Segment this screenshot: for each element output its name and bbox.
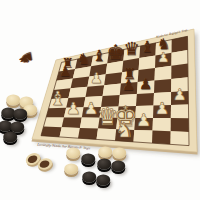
checker-black[interactable] (111, 161, 125, 172)
square-h7[interactable] (171, 50, 187, 66)
square-c1[interactable] (78, 128, 98, 139)
square-g6[interactable] (155, 66, 172, 81)
checker-black[interactable] (97, 159, 111, 170)
piece-white-pawn-c6[interactable]: ♟ (90, 71, 103, 85)
square-d6[interactable] (104, 72, 122, 85)
square-h3[interactable] (171, 105, 189, 119)
square-f1[interactable] (134, 130, 153, 143)
square-f4[interactable] (136, 93, 154, 106)
piece-black-bishop-c8[interactable]: ♝ (93, 48, 107, 64)
square-b5[interactable] (68, 87, 87, 98)
square-h6[interactable] (171, 64, 188, 79)
piece-white-pawn-h4[interactable]: ♟ (173, 88, 187, 104)
piece-black-knight-b8[interactable]: ♞ (77, 52, 90, 67)
fallen-black-knight[interactable]: ♞ (16, 49, 35, 67)
piece-black-pawn-e5[interactable]: ♟ (122, 78, 135, 93)
square-a1[interactable] (41, 127, 62, 137)
piece-white-bishop-a4[interactable]: ♝ (50, 89, 67, 108)
piece-black-pawn-a7[interactable]: ♟ (59, 65, 71, 79)
piece-black-queen-e8[interactable]: ♛ (123, 40, 139, 58)
square-h2[interactable] (171, 118, 189, 132)
square-b1[interactable] (60, 127, 80, 138)
square-d5[interactable] (103, 84, 121, 96)
checker-black[interactable] (13, 109, 27, 120)
checker-light[interactable] (112, 148, 126, 159)
checker-light[interactable] (6, 95, 20, 106)
checker-black[interactable] (3, 132, 17, 143)
checker-light[interactable] (98, 147, 112, 158)
checker-black[interactable] (82, 172, 96, 183)
square-g2[interactable] (153, 118, 171, 131)
piece-white-knight-e1[interactable]: ♞ (115, 120, 133, 140)
checker-light[interactable] (64, 164, 78, 175)
piece-black-bishop-f8[interactable]: ♝ (141, 40, 155, 56)
piece-white-pawn-g3[interactable]: ♟ (155, 100, 170, 116)
square-g5[interactable] (154, 79, 171, 93)
checker-light[interactable] (66, 148, 80, 159)
checker-black[interactable] (81, 154, 95, 165)
square-b2[interactable] (62, 118, 82, 128)
square-c5[interactable] (86, 85, 105, 97)
piece-white-pawn-f2[interactable]: ♟ (136, 112, 151, 129)
square-h1[interactable] (171, 131, 190, 145)
piece-black-pawn-f5[interactable]: ♟ (139, 77, 152, 92)
piece-black-king-d8[interactable]: ♚ (107, 42, 125, 62)
product-photo: Lovingly Made for Bigjigs® Toys Made for… (0, 0, 200, 200)
square-a2[interactable] (44, 117, 64, 127)
square-g1[interactable] (152, 131, 171, 145)
piece-white-pawn-g7[interactable]: ♟ (157, 52, 169, 66)
checker-black[interactable] (96, 175, 110, 186)
piece-white-pawn-b3[interactable]: ♟ (66, 101, 81, 117)
